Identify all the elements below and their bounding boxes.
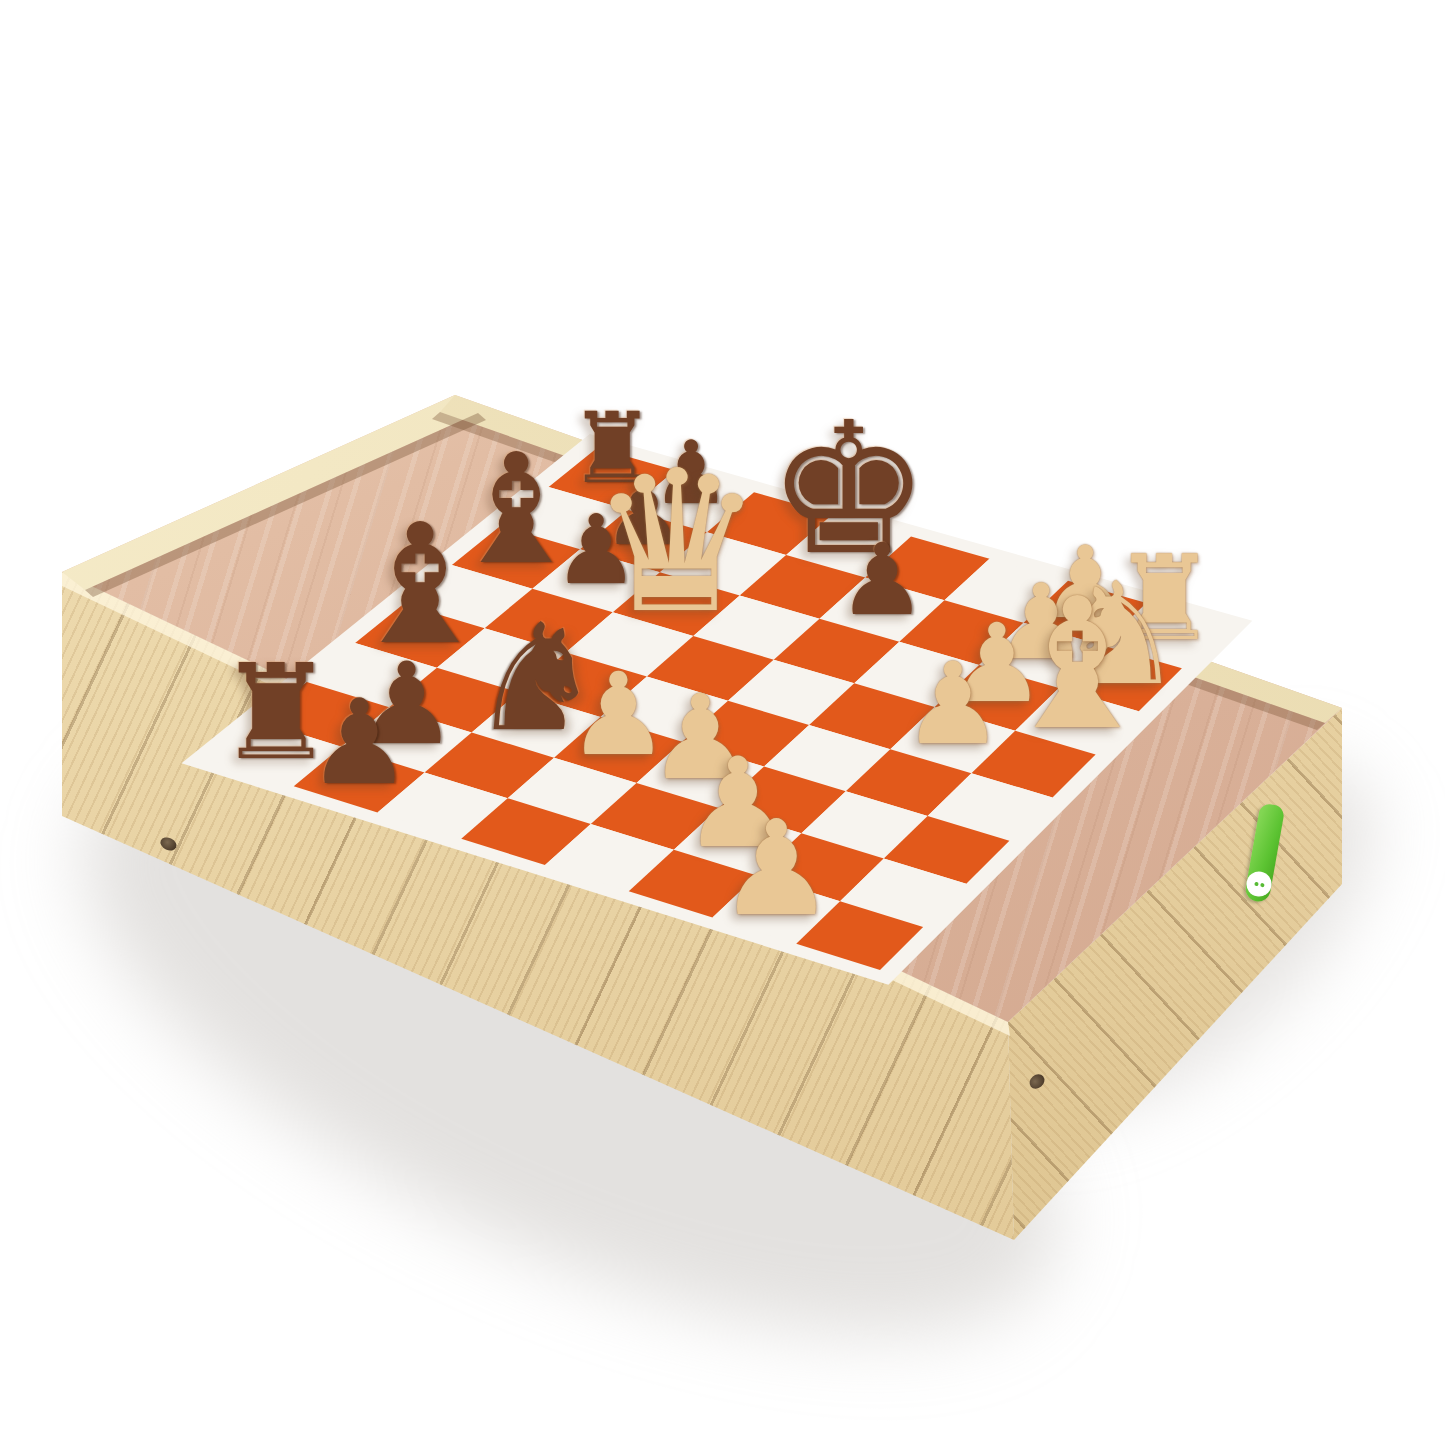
scene: ♜♝♝♜♟♟♟♟♟♞♚♟♛♟♟♟♟♟♟♟♟♝♞♜: [0, 0, 1445, 1445]
chess-board[interactable]: [0, 0, 1445, 1445]
